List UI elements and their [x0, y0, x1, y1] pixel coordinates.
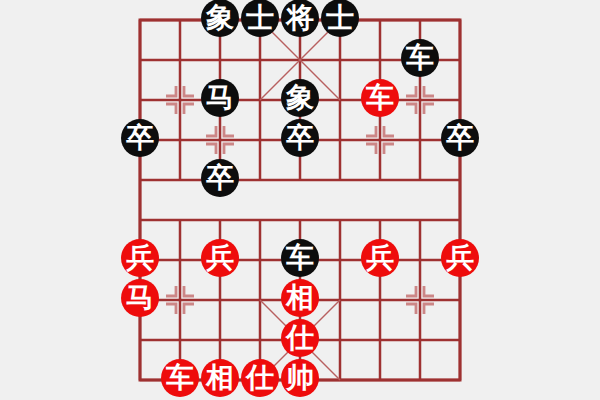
piece-red-advisor-d1[interactable]: 仕 — [241, 359, 279, 397]
piece-red-general-e1[interactable]: 帅 — [281, 359, 319, 397]
piece-black-elephant-e8[interactable]: 象 — [281, 79, 319, 117]
piece-red-soldier-g4[interactable]: 兵 — [361, 239, 399, 277]
piece-black-chariot-e4[interactable]: 车 — [281, 239, 319, 277]
piece-red-elephant-c1[interactable]: 相 — [201, 359, 239, 397]
piece-black-chariot-h9[interactable]: 车 — [401, 39, 439, 77]
piece-red-horse-a3[interactable]: 马 — [121, 279, 159, 317]
piece-red-soldier-i4[interactable]: 兵 — [441, 239, 479, 277]
piece-black-soldier-e7[interactable]: 卒 — [281, 119, 319, 157]
xiangqi-board: 象士将士车马象车卒卒卒卒兵兵车兵兵马相仕车相仕帅 — [120, 0, 480, 400]
piece-black-elephant-c10[interactable]: 象 — [201, 0, 239, 37]
piece-black-general-e10[interactable]: 将 — [281, 0, 319, 37]
piece-black-horse-c8[interactable]: 马 — [201, 79, 239, 117]
piece-red-advisor-e2[interactable]: 仕 — [281, 319, 319, 357]
piece-black-soldier-i7[interactable]: 卒 — [441, 119, 479, 157]
piece-red-chariot-b1[interactable]: 车 — [161, 359, 199, 397]
piece-red-elephant-e3[interactable]: 相 — [281, 279, 319, 317]
piece-red-soldier-a4[interactable]: 兵 — [121, 239, 159, 277]
piece-black-soldier-c6[interactable]: 卒 — [201, 159, 239, 197]
piece-black-advisor-d10[interactable]: 士 — [241, 0, 279, 37]
piece-black-advisor-f10[interactable]: 士 — [321, 0, 359, 37]
piece-red-soldier-c4[interactable]: 兵 — [201, 239, 239, 277]
piece-black-soldier-a7[interactable]: 卒 — [121, 119, 159, 157]
xiangqi-app: 象士将士车马象车卒卒卒卒兵兵车兵兵马相仕车相仕帅 — [0, 0, 600, 400]
piece-red-chariot-g8[interactable]: 车 — [361, 79, 399, 117]
